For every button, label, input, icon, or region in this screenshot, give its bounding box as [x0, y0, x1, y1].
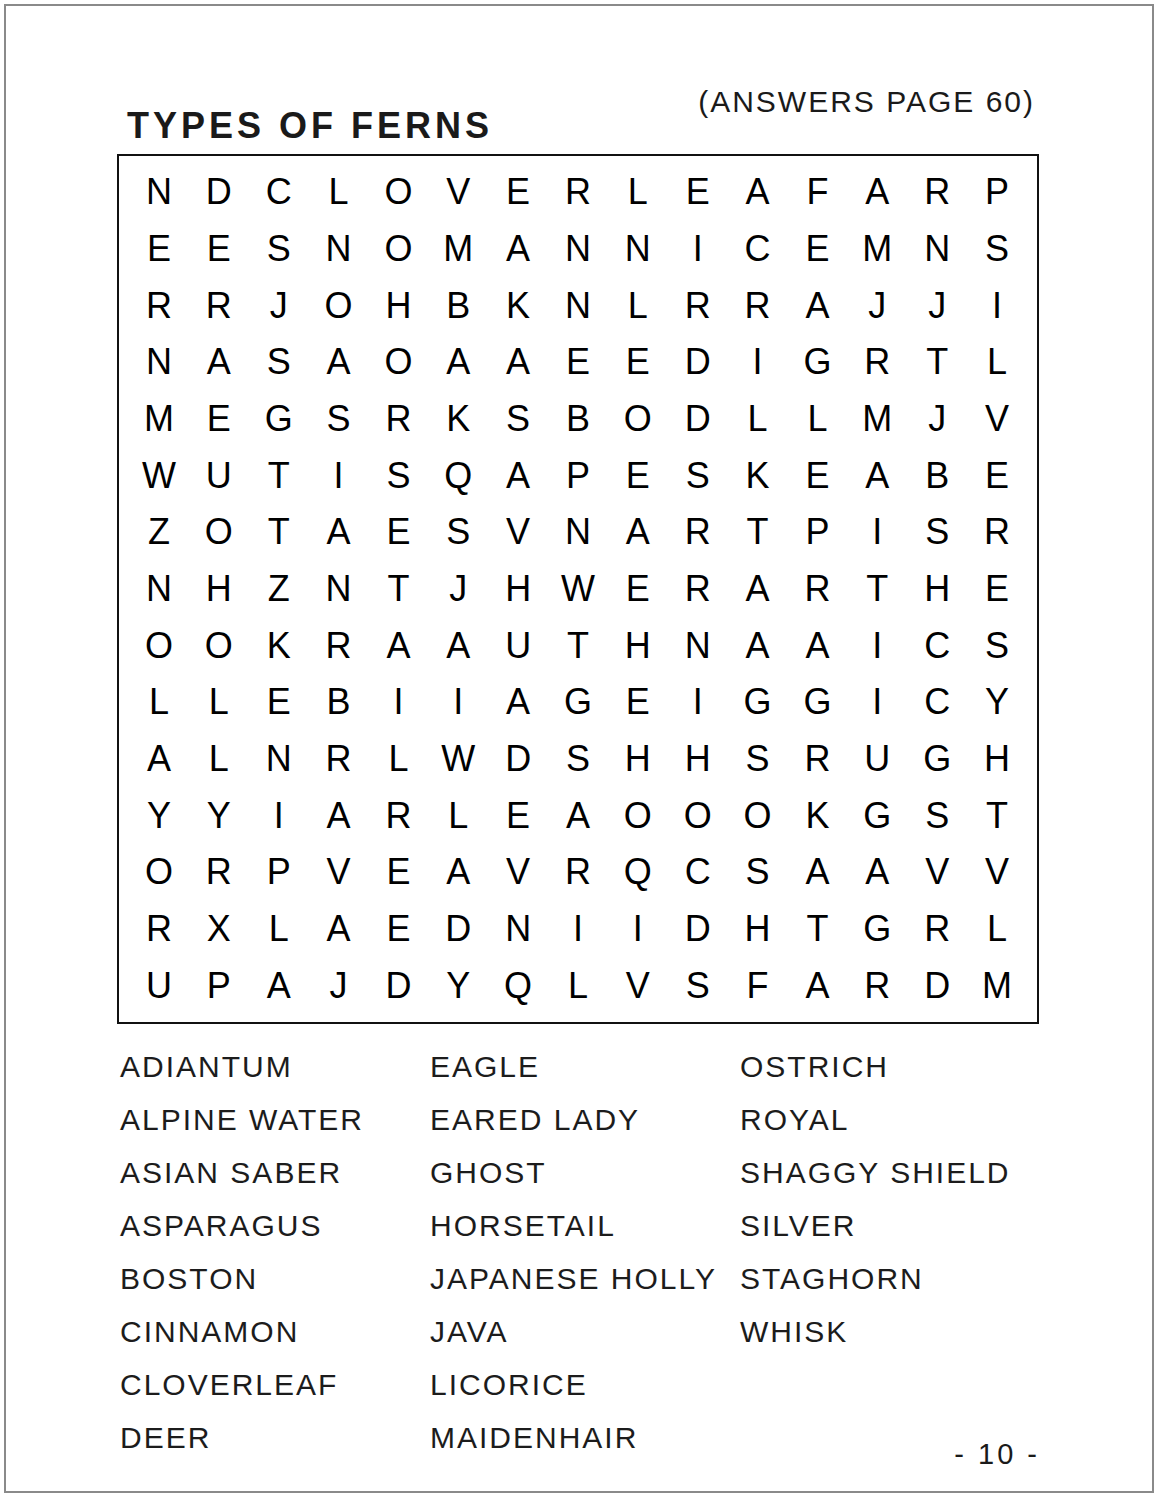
grid-cell-r14c7: N [488, 901, 548, 958]
grid-cell-r2c7: A [488, 221, 548, 278]
grid-cell-r15c6: Y [428, 957, 488, 1014]
grid-cell-r2c12: E [788, 221, 848, 278]
grid-cell-r12c7: E [488, 787, 548, 844]
grid-cell-r1c15: P [967, 164, 1027, 221]
grid-cell-r7c2: O [189, 504, 249, 561]
grid-cell-r7c8: N [548, 504, 608, 561]
grid-cell-r10c12: G [788, 674, 848, 731]
grid-cell-r12c13: G [847, 787, 907, 844]
grid-cell-r10c3: E [249, 674, 309, 731]
grid-cell-r7c10: R [668, 504, 728, 561]
grid-cell-r9c8: T [548, 617, 608, 674]
grid-cell-r15c8: L [548, 957, 608, 1014]
grid-cell-r1c9: L [608, 164, 668, 221]
grid-cell-r14c4: A [309, 901, 369, 958]
grid-cell-r1c1: N [129, 164, 189, 221]
grid-cell-r10c13: I [847, 674, 907, 731]
grid-cell-r14c8: I [548, 901, 608, 958]
grid-cell-r2c13: M [847, 221, 907, 278]
grid-cell-r5c8: B [548, 391, 608, 448]
grid-cell-r4c5: O [368, 334, 428, 391]
grid-cell-r4c7: A [488, 334, 548, 391]
grid-cell-r5c4: S [309, 391, 369, 448]
grid-cell-r6c4: I [309, 447, 369, 504]
grid-cell-r9c11: A [728, 617, 788, 674]
grid-cell-r4c8: E [548, 334, 608, 391]
grid-cell-r3c1: R [129, 277, 189, 334]
grid-cell-r6c9: E [608, 447, 668, 504]
grid-cell-r5c15: V [967, 391, 1027, 448]
grid-cell-r8c13: T [847, 561, 907, 618]
grid-cell-r12c4: A [309, 787, 369, 844]
grid-cell-r11c11: S [728, 731, 788, 788]
grid-cell-r14c1: R [129, 901, 189, 958]
grid-cell-r7c14: S [907, 504, 967, 561]
word-list-item: ROYAL [740, 1093, 1011, 1146]
grid-cell-r8c11: A [728, 561, 788, 618]
word-list-item: MAIDENHAIR [430, 1411, 717, 1464]
grid-cell-r7c13: I [847, 504, 907, 561]
grid-cell-r1c2: D [189, 164, 249, 221]
grid-cell-r6c1: W [129, 447, 189, 504]
word-list-item: JAVA [430, 1305, 717, 1358]
grid-cell-r8c14: H [907, 561, 967, 618]
grid-cell-r9c2: O [189, 617, 249, 674]
grid-cell-r4c1: N [129, 334, 189, 391]
grid-cell-r13c4: V [309, 844, 369, 901]
grid-cell-r15c2: P [189, 957, 249, 1014]
grid-cell-r3c10: R [668, 277, 728, 334]
grid-cell-r4c2: A [189, 334, 249, 391]
grid-cell-r9c6: A [428, 617, 488, 674]
grid-cell-r9c9: H [608, 617, 668, 674]
grid-cell-r8c9: E [608, 561, 668, 618]
grid-cell-r12c12: K [788, 787, 848, 844]
grid-cell-r14c9: I [608, 901, 668, 958]
grid-cell-r12c15: T [967, 787, 1027, 844]
grid-cell-r11c8: S [548, 731, 608, 788]
word-list-item: WHISK [740, 1305, 1011, 1358]
grid-cell-r3c4: O [309, 277, 369, 334]
grid-cell-r10c11: G [728, 674, 788, 731]
grid-cell-r3c9: L [608, 277, 668, 334]
grid-cell-r11c5: L [368, 731, 428, 788]
grid-cell-r14c3: L [249, 901, 309, 958]
grid-cell-r9c14: C [907, 617, 967, 674]
grid-cell-r14c10: D [668, 901, 728, 958]
grid-cell-r1c13: A [847, 164, 907, 221]
grid-cell-r15c10: S [668, 957, 728, 1014]
grid-cell-r3c8: N [548, 277, 608, 334]
word-list-item: CINNAMON [120, 1305, 364, 1358]
grid-cell-r2c14: N [907, 221, 967, 278]
grid-cell-r10c15: Y [967, 674, 1027, 731]
grid-cell-r11c2: L [189, 731, 249, 788]
grid-cell-r6c8: P [548, 447, 608, 504]
grid-cell-r6c3: T [249, 447, 309, 504]
grid-cell-r10c5: I [368, 674, 428, 731]
grid-cell-r12c3: I [249, 787, 309, 844]
grid-cell-r14c13: G [847, 901, 907, 958]
grid-cell-r15c13: R [847, 957, 907, 1014]
grid-cell-r13c1: O [129, 844, 189, 901]
grid-cell-r9c7: U [488, 617, 548, 674]
grid-cell-r10c1: L [129, 674, 189, 731]
grid-cell-r9c3: K [249, 617, 309, 674]
grid-cell-r13c9: Q [608, 844, 668, 901]
grid-cell-r13c2: R [189, 844, 249, 901]
grid-cell-r4c15: L [967, 334, 1027, 391]
grid-cell-r15c7: Q [488, 957, 548, 1014]
grid-cell-r12c6: L [428, 787, 488, 844]
grid-cell-r10c8: G [548, 674, 608, 731]
grid-cell-r6c6: Q [428, 447, 488, 504]
grid-cell-r6c10: S [668, 447, 728, 504]
grid-cell-r3c2: R [189, 277, 249, 334]
grid-cell-r4c10: D [668, 334, 728, 391]
grid-cell-r13c6: A [428, 844, 488, 901]
word-list-item: ALPINE WATER [120, 1093, 364, 1146]
grid-cell-r8c15: E [967, 561, 1027, 618]
grid-cell-r6c12: E [788, 447, 848, 504]
grid-cell-r5c3: G [249, 391, 309, 448]
grid-cell-r14c5: E [368, 901, 428, 958]
grid-cell-r9c10: N [668, 617, 728, 674]
grid-cell-r8c6: J [428, 561, 488, 618]
word-list: ADIANTUMALPINE WATERASIAN SABERASPARAGUS… [120, 1040, 1040, 1475]
grid-cell-r2c8: N [548, 221, 608, 278]
grid-cell-r11c10: H [668, 731, 728, 788]
word-list-column-3: OSTRICHROYALSHAGGY SHIELDSILVERSTAGHORNW… [740, 1040, 1011, 1358]
grid-cell-r3c13: J [847, 277, 907, 334]
grid-cell-r15c1: U [129, 957, 189, 1014]
grid-cell-r15c9: V [608, 957, 668, 1014]
grid-cell-r5c5: R [368, 391, 428, 448]
grid-cell-r8c2: H [189, 561, 249, 618]
word-list-item: BOSTON [120, 1252, 364, 1305]
grid-cell-r11c6: W [428, 731, 488, 788]
word-list-item: EARED LADY [430, 1093, 717, 1146]
word-list-item: LICORICE [430, 1358, 717, 1411]
grid-cell-r10c4: B [309, 674, 369, 731]
grid-cell-r5c7: S [488, 391, 548, 448]
grid-cell-r5c13: M [847, 391, 907, 448]
grid-cell-r9c4: R [309, 617, 369, 674]
grid-cell-r13c13: A [847, 844, 907, 901]
page-title: TYPES OF FERNS [127, 108, 493, 144]
grid-cell-r2c2: E [189, 221, 249, 278]
grid-cell-r4c4: A [309, 334, 369, 391]
grid-cell-r15c12: A [788, 957, 848, 1014]
grid-cell-r2c4: N [309, 221, 369, 278]
grid-cell-r7c6: S [428, 504, 488, 561]
grid-cell-r3c14: J [907, 277, 967, 334]
grid-cell-r14c6: D [428, 901, 488, 958]
grid-cell-r1c10: E [668, 164, 728, 221]
grid-cell-r6c11: K [728, 447, 788, 504]
grid-cell-r4c3: S [249, 334, 309, 391]
grid-cell-r12c8: A [548, 787, 608, 844]
word-list-column-2: EAGLEEARED LADYGHOSTHORSETAILJAPANESE HO… [430, 1040, 717, 1464]
grid-cell-r13c12: A [788, 844, 848, 901]
grid-cell-r3c7: K [488, 277, 548, 334]
word-list-item: ADIANTUM [120, 1040, 364, 1093]
grid-cell-r9c12: A [788, 617, 848, 674]
grid-cell-r3c12: A [788, 277, 848, 334]
grid-cell-r6c15: E [967, 447, 1027, 504]
word-list-item: SHAGGY SHIELD [740, 1146, 1011, 1199]
grid-cell-r12c2: Y [189, 787, 249, 844]
grid-cell-r15c4: J [309, 957, 369, 1014]
grid-cell-r11c14: G [907, 731, 967, 788]
grid-cell-r3c5: H [368, 277, 428, 334]
grid-cell-r7c4: A [309, 504, 369, 561]
grid-cell-r13c7: V [488, 844, 548, 901]
word-list-item: GHOST [430, 1146, 717, 1199]
grid-cell-r8c8: W [548, 561, 608, 618]
grid-cell-r8c4: N [309, 561, 369, 618]
grid-cell-r14c14: R [907, 901, 967, 958]
grid-cell-r7c9: A [608, 504, 668, 561]
grid-cell-r6c2: U [189, 447, 249, 504]
grid-cell-r15c3: A [249, 957, 309, 1014]
grid-cell-r5c1: M [129, 391, 189, 448]
grid-cell-r1c8: R [548, 164, 608, 221]
grid-cell-r8c3: Z [249, 561, 309, 618]
grid-cell-r8c1: N [129, 561, 189, 618]
grid-cell-r5c14: J [907, 391, 967, 448]
grid-cell-r7c12: P [788, 504, 848, 561]
grid-cell-r11c15: H [967, 731, 1027, 788]
grid-cell-r8c7: H [488, 561, 548, 618]
grid-cell-r14c15: L [967, 901, 1027, 958]
grid-cell-r13c15: V [967, 844, 1027, 901]
grid-cell-r6c14: B [907, 447, 967, 504]
grid-cell-r2c3: S [249, 221, 309, 278]
word-list-item: CLOVERLEAF [120, 1358, 364, 1411]
grid-cell-r12c1: Y [129, 787, 189, 844]
grid-cell-r13c5: E [368, 844, 428, 901]
word-list-item: OSTRICH [740, 1040, 1011, 1093]
word-list-item: EAGLE [430, 1040, 717, 1093]
grid-cell-r6c5: S [368, 447, 428, 504]
grid-cell-r9c5: A [368, 617, 428, 674]
grid-cell-r11c7: D [488, 731, 548, 788]
grid-cell-r7c1: Z [129, 504, 189, 561]
grid-cell-r4c6: A [428, 334, 488, 391]
grid-cell-r4c13: R [847, 334, 907, 391]
grid-cell-r10c9: E [608, 674, 668, 731]
grid-cell-r9c15: S [967, 617, 1027, 674]
grid-cell-r11c9: H [608, 731, 668, 788]
grid-cell-r5c11: L [728, 391, 788, 448]
grid-cell-r6c13: A [847, 447, 907, 504]
grid-cell-r12c9: O [608, 787, 668, 844]
grid-cell-r4c12: G [788, 334, 848, 391]
word-list-item: STAGHORN [740, 1252, 1011, 1305]
word-list-column-1: ADIANTUMALPINE WATERASIAN SABERASPARAGUS… [120, 1040, 364, 1464]
grid-cell-r13c8: R [548, 844, 608, 901]
grid-cell-r10c6: I [428, 674, 488, 731]
word-list-item: HORSETAIL [430, 1199, 717, 1252]
grid-cell-r2c11: C [728, 221, 788, 278]
grid-cell-r5c6: K [428, 391, 488, 448]
grid-cell-r2c6: M [428, 221, 488, 278]
grid-cell-r7c15: R [967, 504, 1027, 561]
word-list-item: JAPANESE HOLLY [430, 1252, 717, 1305]
grid-cell-r1c3: C [249, 164, 309, 221]
grid-cell-r1c7: E [488, 164, 548, 221]
grid-cell-r15c5: D [368, 957, 428, 1014]
grid-cell-r3c15: I [967, 277, 1027, 334]
grid-cell-r13c10: C [668, 844, 728, 901]
grid-cell-r7c5: E [368, 504, 428, 561]
grid-cell-r4c11: I [728, 334, 788, 391]
grid-cell-r11c3: N [249, 731, 309, 788]
grid-cell-r5c2: E [189, 391, 249, 448]
grid-cell-r13c14: V [907, 844, 967, 901]
grid-cell-r7c3: T [249, 504, 309, 561]
grid-cell-r10c2: L [189, 674, 249, 731]
grid-cell-r2c9: N [608, 221, 668, 278]
grid-cell-r12c14: S [907, 787, 967, 844]
grid-cell-r12c5: R [368, 787, 428, 844]
grid-cell-r5c9: O [608, 391, 668, 448]
grid-cell-r2c1: E [129, 221, 189, 278]
grid-cell-r4c9: E [608, 334, 668, 391]
grid-cell-r9c13: I [847, 617, 907, 674]
grid-cell-r10c10: I [668, 674, 728, 731]
page-number: - 10 - [954, 1440, 1040, 1469]
grid-cell-r1c6: V [428, 164, 488, 221]
word-list-item: DEER [120, 1411, 364, 1464]
grid-cell-r15c11: F [728, 957, 788, 1014]
grid-cell-r4c14: T [907, 334, 967, 391]
grid-cell-r11c1: A [129, 731, 189, 788]
grid-cell-r6c7: A [488, 447, 548, 504]
grid-cell-r14c2: X [189, 901, 249, 958]
grid-cell-r8c10: R [668, 561, 728, 618]
grid-cell-r13c11: S [728, 844, 788, 901]
grid-cell-r5c12: L [788, 391, 848, 448]
grid-cell-r7c11: T [728, 504, 788, 561]
grid-cell-r15c14: D [907, 957, 967, 1014]
grid-cell-r13c3: P [249, 844, 309, 901]
grid-cell-r1c11: A [728, 164, 788, 221]
grid-cell-r1c12: F [788, 164, 848, 221]
grid-cell-r8c5: T [368, 561, 428, 618]
word-list-item: ASIAN SABER [120, 1146, 364, 1199]
grid-cell-r14c12: T [788, 901, 848, 958]
grid-cell-r3c3: J [249, 277, 309, 334]
grid-cell-r1c14: R [907, 164, 967, 221]
grid-cell-r3c11: R [728, 277, 788, 334]
grid-cell-r2c5: O [368, 221, 428, 278]
grid-cell-r14c11: H [728, 901, 788, 958]
grid-cell-r1c5: O [368, 164, 428, 221]
grid-cell-r5c10: D [668, 391, 728, 448]
answers-note: (ANSWERS PAGE 60) [698, 87, 1035, 117]
grid-cell-r7c7: V [488, 504, 548, 561]
word-list-item: ASPARAGUS [120, 1199, 364, 1252]
grid-cell-r10c7: A [488, 674, 548, 731]
grid-cell-r2c15: S [967, 221, 1027, 278]
grid-cell-r9c1: O [129, 617, 189, 674]
grid-cell-r12c11: O [728, 787, 788, 844]
grid-cell-r2c10: I [668, 221, 728, 278]
grid-cell-r15c15: M [967, 957, 1027, 1014]
grid-cell-r11c4: R [309, 731, 369, 788]
word-list-item: SILVER [740, 1199, 1011, 1252]
grid-cell-r12c10: O [668, 787, 728, 844]
grid-cell-r3c6: B [428, 277, 488, 334]
grid-cell-r11c13: U [847, 731, 907, 788]
word-search-grid: NDCLOVERLEAFARPEESNOMANNICEMNSRRJOHBKNLR… [117, 154, 1039, 1024]
grid-cell-r10c14: C [907, 674, 967, 731]
grid-cell-r1c4: L [309, 164, 369, 221]
grid-cell-r11c12: R [788, 731, 848, 788]
grid-cell-r8c12: R [788, 561, 848, 618]
